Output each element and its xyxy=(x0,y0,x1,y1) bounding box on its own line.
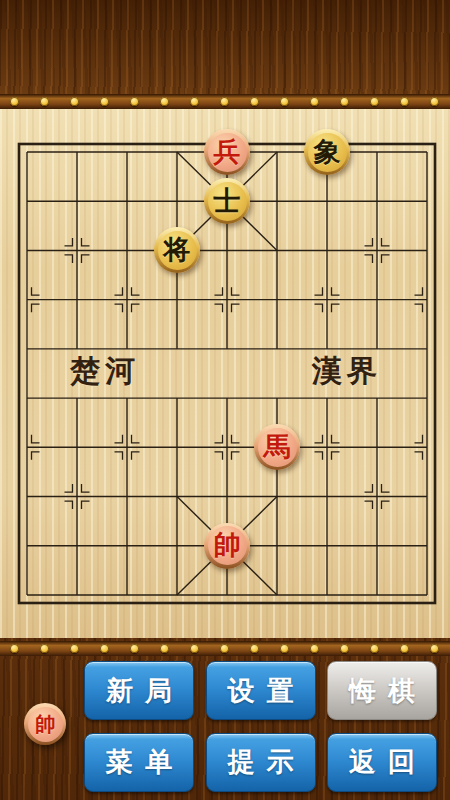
gold-stud xyxy=(160,97,169,106)
gold-stud xyxy=(100,97,109,106)
gold-stud xyxy=(160,644,169,653)
piece-glyph: 将 xyxy=(158,231,197,270)
gold-stud xyxy=(400,644,409,653)
back-button[interactable]: 返回 xyxy=(327,733,437,792)
undo-button[interactable]: 悔棋 xyxy=(327,661,437,720)
gold-stud xyxy=(340,644,349,653)
gold-stud xyxy=(130,644,139,653)
hint-button[interactable]: 提示 xyxy=(206,733,316,792)
piece-glyph: 兵 xyxy=(208,133,247,172)
gold-stud xyxy=(220,97,229,106)
menu-button[interactable]: 菜单 xyxy=(84,733,194,792)
new-game-button[interactable]: 新局 xyxy=(84,661,194,720)
gold-stud xyxy=(340,97,349,106)
gold-stud xyxy=(100,644,109,653)
gold-stud xyxy=(250,97,259,106)
gold-stud xyxy=(310,644,319,653)
piece-black-elephant[interactable]: 象 xyxy=(304,129,350,175)
piece-glyph: 馬 xyxy=(258,428,297,467)
gold-stud xyxy=(310,97,319,106)
board-intersection: 兵 xyxy=(202,127,252,176)
piece-black-general[interactable]: 将 xyxy=(154,227,200,273)
gold-stud xyxy=(130,97,139,106)
piece-red-horse[interactable]: 馬 xyxy=(254,424,300,470)
turn-indicator-piece: 帥 xyxy=(24,703,66,745)
turn-indicator-glyph: 帥 xyxy=(28,707,63,742)
board-intersection: 象 xyxy=(302,127,352,176)
board-intersection: 将 xyxy=(152,226,202,275)
gold-stud xyxy=(70,644,79,653)
gold-stud xyxy=(280,644,289,653)
gold-stud xyxy=(70,97,79,106)
gold-stud xyxy=(370,644,379,653)
gold-stud xyxy=(430,644,439,653)
board-intersection: 馬 xyxy=(252,423,302,472)
board-intersection: 帥 xyxy=(202,521,252,570)
piece-glyph: 帥 xyxy=(208,526,247,565)
piece-glyph: 士 xyxy=(208,182,247,221)
board-intersection: 士 xyxy=(202,177,252,226)
gold-stud xyxy=(220,644,229,653)
decorative-stud-rail-bottom xyxy=(0,641,450,656)
gold-stud xyxy=(40,644,49,653)
piece-glyph: 象 xyxy=(308,133,347,172)
gold-stud xyxy=(190,97,199,106)
gold-stud xyxy=(400,97,409,106)
gold-stud xyxy=(250,644,259,653)
gold-stud xyxy=(280,97,289,106)
gold-stud xyxy=(370,97,379,106)
piece-black-advisor[interactable]: 士 xyxy=(204,178,250,224)
xiangqi-board[interactable]: 兵象士将馬帥 xyxy=(2,127,450,619)
gold-stud xyxy=(40,97,49,106)
gold-stud xyxy=(430,97,439,106)
gold-stud xyxy=(10,644,19,653)
piece-red-general[interactable]: 帥 xyxy=(204,523,250,569)
piece-red-soldier[interactable]: 兵 xyxy=(204,129,250,175)
xiangqi-app-screen: 楚河 漢界 兵象士将馬帥 帥 新局设置悔棋菜单提示返回 xyxy=(0,0,450,800)
gold-stud xyxy=(10,97,19,106)
decorative-stud-rail-top xyxy=(0,94,450,109)
settings-button[interactable]: 设置 xyxy=(206,661,316,720)
gold-stud xyxy=(190,644,199,653)
